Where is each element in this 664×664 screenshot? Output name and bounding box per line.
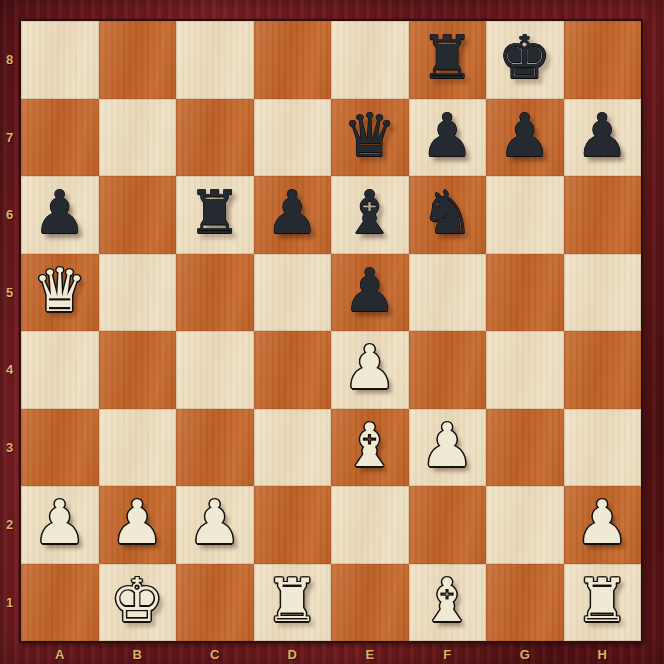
piece-black-pawn[interactable]: ♟ (486, 99, 564, 177)
square-h8[interactable] (564, 21, 642, 99)
piece-white-pawn[interactable]: ♟ (99, 486, 177, 564)
piece-black-pawn[interactable]: ♟ (409, 99, 487, 177)
square-g4[interactable] (486, 331, 564, 409)
square-e6[interactable]: ♝ (331, 176, 409, 254)
square-e8[interactable] (331, 21, 409, 99)
square-f6[interactable]: ♞ (409, 176, 487, 254)
square-a7[interactable] (21, 99, 99, 177)
square-c5[interactable] (176, 254, 254, 332)
square-h7[interactable]: ♟ (564, 99, 642, 177)
square-h4[interactable] (564, 331, 642, 409)
file-label-a: A (21, 644, 99, 664)
square-d7[interactable] (254, 99, 332, 177)
piece-white-pawn[interactable]: ♟ (409, 409, 487, 487)
square-d3[interactable] (254, 409, 332, 487)
square-e1[interactable] (331, 564, 409, 642)
square-e2[interactable] (331, 486, 409, 564)
piece-black-pawn[interactable]: ♟ (254, 176, 332, 254)
rank-label-6: 6 (0, 176, 19, 254)
piece-black-bishop[interactable]: ♝ (331, 176, 409, 254)
square-d8[interactable] (254, 21, 332, 99)
square-g1[interactable] (486, 564, 564, 642)
file-label-f: F (409, 644, 487, 664)
piece-black-queen[interactable]: ♛ (331, 99, 409, 177)
file-label-c: C (176, 644, 254, 664)
square-a8[interactable] (21, 21, 99, 99)
square-c1[interactable] (176, 564, 254, 642)
square-h3[interactable] (564, 409, 642, 487)
square-e4[interactable]: ♟ (331, 331, 409, 409)
square-f8[interactable]: ♜ (409, 21, 487, 99)
square-h6[interactable] (564, 176, 642, 254)
square-e3[interactable]: ♝ (331, 409, 409, 487)
rank-labels: 87654321 (0, 21, 19, 641)
square-d1[interactable]: ♜ (254, 564, 332, 642)
piece-white-pawn[interactable]: ♟ (564, 486, 642, 564)
square-a1[interactable] (21, 564, 99, 642)
square-a4[interactable] (21, 331, 99, 409)
rank-label-8: 8 (0, 21, 19, 99)
rank-label-5: 5 (0, 254, 19, 332)
square-c4[interactable] (176, 331, 254, 409)
square-b7[interactable] (99, 99, 177, 177)
square-d2[interactable] (254, 486, 332, 564)
piece-white-pawn[interactable]: ♟ (176, 486, 254, 564)
rank-label-1: 1 (0, 564, 19, 642)
file-labels: ABCDEFGH (21, 644, 641, 664)
square-h2[interactable]: ♟ (564, 486, 642, 564)
file-label-e: E (331, 644, 409, 664)
square-b5[interactable] (99, 254, 177, 332)
piece-black-rook[interactable]: ♜ (409, 21, 487, 99)
file-label-h: H (564, 644, 642, 664)
square-a3[interactable] (21, 409, 99, 487)
square-c8[interactable] (176, 21, 254, 99)
piece-white-bishop[interactable]: ♝ (331, 409, 409, 487)
square-f7[interactable]: ♟ (409, 99, 487, 177)
square-b6[interactable] (99, 176, 177, 254)
square-f4[interactable] (409, 331, 487, 409)
square-b3[interactable] (99, 409, 177, 487)
rank-label-3: 3 (0, 409, 19, 487)
piece-black-pawn[interactable]: ♟ (331, 254, 409, 332)
square-h1[interactable]: ♜ (564, 564, 642, 642)
square-h5[interactable] (564, 254, 642, 332)
file-label-b: B (99, 644, 177, 664)
square-b8[interactable] (99, 21, 177, 99)
square-d5[interactable] (254, 254, 332, 332)
square-c6[interactable]: ♜ (176, 176, 254, 254)
square-g6[interactable] (486, 176, 564, 254)
piece-white-queen[interactable]: ♛ (21, 254, 99, 332)
square-c3[interactable] (176, 409, 254, 487)
square-b1[interactable]: ♚ (99, 564, 177, 642)
square-f1[interactable]: ♝ (409, 564, 487, 642)
square-d4[interactable] (254, 331, 332, 409)
piece-black-pawn[interactable]: ♟ (21, 176, 99, 254)
file-label-g: G (486, 644, 564, 664)
square-g8[interactable]: ♚ (486, 21, 564, 99)
square-c7[interactable] (176, 99, 254, 177)
chess-board: ♜♚♛♟♟♟♟♜♟♝♞♛♟♟♝♟♟♟♟♟♚♜♝♜ (19, 19, 643, 643)
square-g2[interactable] (486, 486, 564, 564)
square-c2[interactable]: ♟ (176, 486, 254, 564)
piece-white-bishop[interactable]: ♝ (409, 564, 487, 642)
square-b4[interactable] (99, 331, 177, 409)
piece-white-rook[interactable]: ♜ (564, 564, 642, 642)
square-f3[interactable]: ♟ (409, 409, 487, 487)
square-d6[interactable]: ♟ (254, 176, 332, 254)
file-label-d: D (254, 644, 332, 664)
piece-black-pawn[interactable]: ♟ (564, 99, 642, 177)
board-frame: ♜♚♛♟♟♟♟♜♟♝♞♛♟♟♝♟♟♟♟♟♚♜♝♜ 87654321 ABCDEF… (0, 0, 664, 664)
piece-white-rook[interactable]: ♜ (254, 564, 332, 642)
square-g5[interactable] (486, 254, 564, 332)
square-b2[interactable]: ♟ (99, 486, 177, 564)
rank-label-2: 2 (0, 486, 19, 564)
square-f2[interactable] (409, 486, 487, 564)
square-a6[interactable]: ♟ (21, 176, 99, 254)
square-a5[interactable]: ♛ (21, 254, 99, 332)
square-g3[interactable] (486, 409, 564, 487)
square-a2[interactable]: ♟ (21, 486, 99, 564)
square-e7[interactable]: ♛ (331, 99, 409, 177)
piece-black-rook[interactable]: ♜ (176, 176, 254, 254)
piece-white-king[interactable]: ♚ (99, 564, 177, 642)
square-e5[interactable]: ♟ (331, 254, 409, 332)
square-g7[interactable]: ♟ (486, 99, 564, 177)
piece-black-king[interactable]: ♚ (486, 21, 564, 99)
square-f5[interactable] (409, 254, 487, 332)
piece-white-pawn[interactable]: ♟ (331, 331, 409, 409)
rank-label-7: 7 (0, 99, 19, 177)
piece-white-pawn[interactable]: ♟ (21, 486, 99, 564)
rank-label-4: 4 (0, 331, 19, 409)
piece-black-knight[interactable]: ♞ (409, 176, 487, 254)
